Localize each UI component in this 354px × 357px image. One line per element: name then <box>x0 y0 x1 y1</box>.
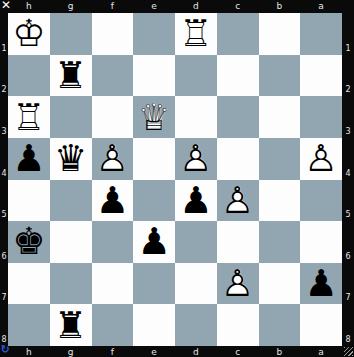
rank-labels-left: 12345678 <box>0 13 8 346</box>
file-label-h: h <box>8 346 50 357</box>
piece-outline: ♙ <box>305 140 338 177</box>
piece-glyph: ♟ <box>305 265 338 302</box>
square-e8[interactable] <box>133 304 175 346</box>
square-d4[interactable]: ♟♙ <box>175 138 217 180</box>
file-label-c: c <box>217 346 259 357</box>
piece-glyph: ♟ <box>138 223 171 260</box>
square-h8[interactable] <box>8 304 50 346</box>
piece-outline: ♙ <box>221 265 254 302</box>
square-g3[interactable] <box>50 96 92 138</box>
black-rook[interactable]: ♜ <box>50 304 92 346</box>
piece-glyph: ♟ <box>179 182 212 219</box>
file-label-e: e <box>133 0 175 13</box>
file-label-f: f <box>92 0 134 13</box>
square-g5[interactable] <box>50 180 92 222</box>
white-rook[interactable]: ♜♖ <box>175 13 217 55</box>
black-pawn[interactable]: ♟ <box>133 221 175 263</box>
square-f1[interactable] <box>92 13 134 55</box>
square-d5[interactable]: ♟ <box>175 180 217 222</box>
square-c8[interactable] <box>217 304 259 346</box>
square-a8[interactable] <box>300 304 342 346</box>
piece-outline: ♖ <box>179 15 212 52</box>
square-e5[interactable] <box>133 180 175 222</box>
white-rook[interactable]: ♜♖ <box>8 96 50 138</box>
file-label-g: g <box>50 0 92 13</box>
square-d8[interactable] <box>175 304 217 346</box>
square-d2[interactable] <box>175 55 217 97</box>
file-label-f: f <box>92 346 134 357</box>
square-h3[interactable]: ♜♖ <box>8 96 50 138</box>
flip-board-icon[interactable]: ↻ <box>0 344 10 356</box>
square-h6[interactable]: ♚ <box>8 221 50 263</box>
piece-glyph: ♜ <box>54 307 87 344</box>
black-pawn[interactable]: ♟ <box>92 180 134 222</box>
file-label-b: b <box>259 346 301 357</box>
square-c5[interactable]: ♟♙ <box>217 180 259 222</box>
square-e6[interactable]: ♟ <box>133 221 175 263</box>
square-b4[interactable] <box>259 138 301 180</box>
square-g7[interactable] <box>50 263 92 305</box>
resize-grip-icon[interactable] <box>344 347 353 356</box>
square-g2[interactable]: ♜ <box>50 55 92 97</box>
square-b5[interactable] <box>259 180 301 222</box>
rank-label-5: 5 <box>342 180 354 222</box>
square-g6[interactable] <box>50 221 92 263</box>
black-rook[interactable]: ♜ <box>50 55 92 97</box>
file-label-e: e <box>133 346 175 357</box>
white-pawn[interactable]: ♟♙ <box>217 180 259 222</box>
square-h7[interactable] <box>8 263 50 305</box>
square-f2[interactable] <box>92 55 134 97</box>
square-h2[interactable] <box>8 55 50 97</box>
file-label-d: d <box>175 346 217 357</box>
piece-outline: ♙ <box>179 140 212 177</box>
black-pawn[interactable]: ♟ <box>175 180 217 222</box>
square-d6[interactable] <box>175 221 217 263</box>
rank-label-1: 1 <box>0 13 8 55</box>
square-a6[interactable] <box>300 221 342 263</box>
rank-label-2: 2 <box>342 55 354 97</box>
square-f6[interactable] <box>92 221 134 263</box>
square-c6[interactable] <box>217 221 259 263</box>
square-e3[interactable]: ♛♕ <box>133 96 175 138</box>
square-c4[interactable] <box>217 138 259 180</box>
square-h4[interactable]: ♟ <box>8 138 50 180</box>
black-queen[interactable]: ♛ <box>50 138 92 180</box>
square-a1[interactable] <box>300 13 342 55</box>
piece-outline: ♙ <box>221 182 254 219</box>
black-pawn[interactable]: ♟ <box>300 263 342 305</box>
square-b7[interactable] <box>259 263 301 305</box>
white-king[interactable]: ♚♔ <box>8 13 50 55</box>
square-b8[interactable] <box>259 304 301 346</box>
square-g8[interactable]: ♜ <box>50 304 92 346</box>
square-e2[interactable] <box>133 55 175 97</box>
rank-label-5: 5 <box>0 180 8 222</box>
file-label-a: a <box>300 346 342 357</box>
white-queen[interactable]: ♛♕ <box>133 96 175 138</box>
black-pawn[interactable]: ♟ <box>8 138 50 180</box>
square-a4[interactable]: ♟♙ <box>300 138 342 180</box>
square-c7[interactable]: ♟♙ <box>217 263 259 305</box>
square-c2[interactable] <box>217 55 259 97</box>
rank-label-6: 6 <box>342 221 354 263</box>
square-g4[interactable]: ♛ <box>50 138 92 180</box>
square-b2[interactable] <box>259 55 301 97</box>
rank-label-7: 7 <box>0 263 8 305</box>
file-labels-top: hgfedcba <box>8 0 342 13</box>
chess-board-frame: hgfedcba 12345678 12345678 hgfedcba ♚♔♜♖… <box>0 0 354 357</box>
square-e7[interactable] <box>133 263 175 305</box>
file-label-c: c <box>217 0 259 13</box>
white-pawn[interactable]: ♟♙ <box>217 263 259 305</box>
piece-glyph: ♚ <box>12 223 45 260</box>
square-b3[interactable] <box>259 96 301 138</box>
piece-glyph: ♜ <box>54 57 87 94</box>
piece-outline: ♔ <box>12 15 45 52</box>
square-f4[interactable]: ♟♙ <box>92 138 134 180</box>
rank-label-6: 6 <box>0 221 8 263</box>
square-c1[interactable] <box>217 13 259 55</box>
square-g1[interactable] <box>50 13 92 55</box>
square-a2[interactable] <box>300 55 342 97</box>
file-label-a: a <box>300 0 342 13</box>
square-h1[interactable]: ♚♔ <box>8 13 50 55</box>
square-e4[interactable] <box>133 138 175 180</box>
chess-board[interactable]: ♚♔♜♖♜♜♖♛♕♟♛♟♙♟♙♟♙♟♟♟♙♚♟♟♙♟♜ <box>8 13 342 346</box>
piece-outline: ♙ <box>96 140 129 177</box>
piece-glyph: ♛ <box>54 140 87 177</box>
rank-label-2: 2 <box>0 55 8 97</box>
rank-label-3: 3 <box>342 96 354 138</box>
black-king[interactable]: ♚ <box>8 221 50 263</box>
square-a3[interactable] <box>300 96 342 138</box>
square-d1[interactable]: ♜♖ <box>175 13 217 55</box>
square-e1[interactable] <box>133 13 175 55</box>
file-label-h: h <box>8 0 50 13</box>
piece-glyph: ♟ <box>12 140 45 177</box>
piece-outline: ♕ <box>138 99 171 136</box>
file-label-g: g <box>50 346 92 357</box>
rank-label-1: 1 <box>342 13 354 55</box>
piece-glyph: ♟ <box>96 182 129 219</box>
square-c3[interactable] <box>217 96 259 138</box>
square-b6[interactable] <box>259 221 301 263</box>
rank-label-4: 4 <box>0 138 8 180</box>
rank-label-4: 4 <box>342 138 354 180</box>
rank-labels-right: 12345678 <box>342 13 354 346</box>
square-f8[interactable] <box>92 304 134 346</box>
square-f7[interactable] <box>92 263 134 305</box>
white-pawn[interactable]: ♟♙ <box>92 138 134 180</box>
file-labels-bottom: hgfedcba <box>8 346 342 357</box>
rank-label-3: 3 <box>0 96 8 138</box>
file-label-d: d <box>175 0 217 13</box>
square-f5[interactable]: ♟ <box>92 180 134 222</box>
rank-label-7: 7 <box>342 263 354 305</box>
white-pawn[interactable]: ♟♙ <box>300 138 342 180</box>
square-d3[interactable] <box>175 96 217 138</box>
cursor-x-icon: ✕ <box>0 0 12 12</box>
rank-label-8: 8 <box>342 304 354 346</box>
white-pawn[interactable]: ♟♙ <box>175 138 217 180</box>
square-d7[interactable] <box>175 263 217 305</box>
piece-outline: ♖ <box>12 99 45 136</box>
square-b1[interactable] <box>259 13 301 55</box>
square-a5[interactable] <box>300 180 342 222</box>
file-label-b: b <box>259 0 301 13</box>
square-f3[interactable] <box>92 96 134 138</box>
square-a7[interactable]: ♟ <box>300 263 342 305</box>
square-h5[interactable] <box>8 180 50 222</box>
rank-label-8: 8 <box>0 304 8 346</box>
